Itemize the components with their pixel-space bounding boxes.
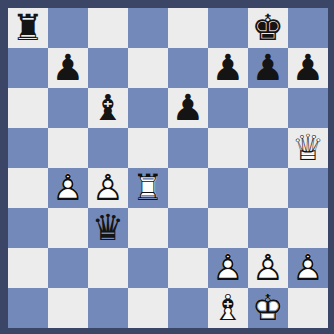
square-h2[interactable]: ♟♙ — [288, 248, 328, 288]
square-h3[interactable] — [288, 208, 328, 248]
white-king-piece: ♚♔ — [248, 288, 288, 328]
square-g2[interactable]: ♟♙ — [248, 248, 288, 288]
square-a5[interactable] — [8, 128, 48, 168]
square-a4[interactable] — [8, 168, 48, 208]
square-b6[interactable] — [48, 88, 88, 128]
square-b5[interactable] — [48, 128, 88, 168]
square-g6[interactable] — [248, 88, 288, 128]
square-g7[interactable]: ♟ — [248, 48, 288, 88]
black-pawn-piece: ♟ — [48, 48, 88, 88]
square-h7[interactable]: ♟ — [288, 48, 328, 88]
square-h1[interactable] — [288, 288, 328, 328]
white-pawn-piece: ♟♙ — [288, 248, 328, 288]
square-a3[interactable] — [8, 208, 48, 248]
white-pawn-piece: ♟♙ — [208, 248, 248, 288]
white-bishop-piece: ♝♗ — [208, 288, 248, 328]
square-g1[interactable]: ♚♔ — [248, 288, 288, 328]
square-b3[interactable] — [48, 208, 88, 248]
square-b1[interactable] — [48, 288, 88, 328]
square-f5[interactable] — [208, 128, 248, 168]
square-f4[interactable] — [208, 168, 248, 208]
black-pawn-piece: ♟ — [168, 88, 208, 128]
square-d4[interactable]: ♜♖ — [128, 168, 168, 208]
square-g4[interactable] — [248, 168, 288, 208]
square-d1[interactable] — [128, 288, 168, 328]
square-d8[interactable] — [128, 8, 168, 48]
square-g8[interactable]: ♚ — [248, 8, 288, 48]
white-pawn-piece: ♟♙ — [248, 248, 288, 288]
square-c7[interactable] — [88, 48, 128, 88]
black-bishop-piece: ♝ — [88, 88, 128, 128]
black-rook-piece: ♜ — [8, 8, 48, 48]
square-e4[interactable] — [168, 168, 208, 208]
square-e6[interactable]: ♟ — [168, 88, 208, 128]
square-c8[interactable] — [88, 8, 128, 48]
square-a8[interactable]: ♜ — [8, 8, 48, 48]
black-pawn-piece: ♟ — [288, 48, 328, 88]
square-c1[interactable] — [88, 288, 128, 328]
square-f3[interactable] — [208, 208, 248, 248]
square-h4[interactable] — [288, 168, 328, 208]
square-e1[interactable] — [168, 288, 208, 328]
square-e2[interactable] — [168, 248, 208, 288]
square-c5[interactable] — [88, 128, 128, 168]
square-b7[interactable]: ♟ — [48, 48, 88, 88]
square-b2[interactable] — [48, 248, 88, 288]
square-e3[interactable] — [168, 208, 208, 248]
square-d6[interactable] — [128, 88, 168, 128]
chess-board: ♜♚♟♟♟♟♝♟♛♕♟♙♟♙♜♖♛♟♙♟♙♟♙♝♗♚♔ — [8, 8, 328, 328]
white-pawn-piece: ♟♙ — [48, 168, 88, 208]
square-c4[interactable]: ♟♙ — [88, 168, 128, 208]
square-a7[interactable] — [8, 48, 48, 88]
square-e7[interactable] — [168, 48, 208, 88]
square-d5[interactable] — [128, 128, 168, 168]
white-queen-piece: ♛♕ — [288, 128, 328, 168]
square-g3[interactable] — [248, 208, 288, 248]
square-c2[interactable] — [88, 248, 128, 288]
black-queen-piece: ♛ — [88, 208, 128, 248]
black-pawn-piece: ♟ — [208, 48, 248, 88]
square-f8[interactable] — [208, 8, 248, 48]
black-pawn-piece: ♟ — [248, 48, 288, 88]
square-h5[interactable]: ♛♕ — [288, 128, 328, 168]
square-a1[interactable] — [8, 288, 48, 328]
black-king-piece: ♚ — [248, 8, 288, 48]
square-e8[interactable] — [168, 8, 208, 48]
square-d3[interactable] — [128, 208, 168, 248]
square-c3[interactable]: ♛ — [88, 208, 128, 248]
square-b4[interactable]: ♟♙ — [48, 168, 88, 208]
square-g5[interactable] — [248, 128, 288, 168]
white-pawn-piece: ♟♙ — [88, 168, 128, 208]
square-f7[interactable]: ♟ — [208, 48, 248, 88]
square-d2[interactable] — [128, 248, 168, 288]
square-d7[interactable] — [128, 48, 168, 88]
square-f1[interactable]: ♝♗ — [208, 288, 248, 328]
square-h8[interactable] — [288, 8, 328, 48]
square-a2[interactable] — [8, 248, 48, 288]
square-f6[interactable] — [208, 88, 248, 128]
chess-board-frame: ♜♚♟♟♟♟♝♟♛♕♟♙♟♙♜♖♛♟♙♟♙♟♙♝♗♚♔ — [0, 0, 334, 334]
square-b8[interactable] — [48, 8, 88, 48]
white-rook-piece: ♜♖ — [128, 168, 168, 208]
square-f2[interactable]: ♟♙ — [208, 248, 248, 288]
square-h6[interactable] — [288, 88, 328, 128]
square-a6[interactable] — [8, 88, 48, 128]
square-e5[interactable] — [168, 128, 208, 168]
square-c6[interactable]: ♝ — [88, 88, 128, 128]
